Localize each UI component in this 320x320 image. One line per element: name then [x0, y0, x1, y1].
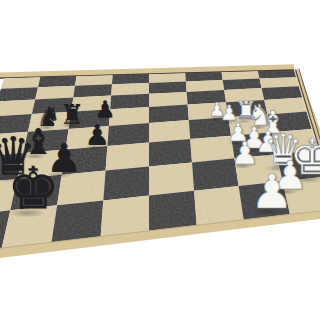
- black-king: ♚: [7, 159, 59, 217]
- white-pawn: ♟: [251, 168, 294, 216]
- black-rook: ♜: [60, 101, 84, 128]
- black-pawn: ♟: [84, 122, 109, 150]
- chess-set-photo[interactable]: ♟♟♜♟♜♞♞♝♟♟♟♟♝♟♛♟♛♚♟♟♚: [0, 0, 320, 320]
